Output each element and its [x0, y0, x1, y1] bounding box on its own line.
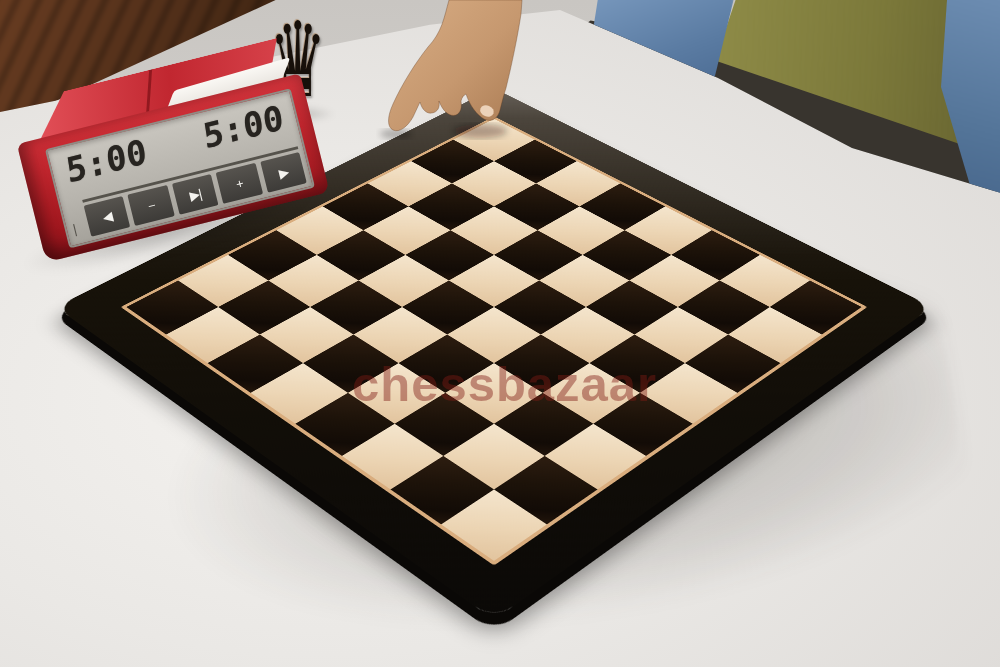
hand — [330, 0, 590, 155]
clock-plus-button[interactable]: + — [216, 163, 263, 204]
clock-play-pause-button[interactable]: ▶| — [172, 174, 219, 215]
clock-right-arrow-button[interactable]: ▶ — [260, 152, 307, 193]
watermark: chessbazaar — [352, 356, 657, 412]
clock-power-indicator: | — [71, 221, 78, 236]
clock-left-time: 5:00 — [64, 134, 149, 188]
clock-left-arrow-button[interactable]: ◀ — [84, 196, 131, 237]
clock-right-time: 5:00 — [201, 100, 286, 154]
finger-contact-shadow — [453, 124, 507, 138]
hand-silhouette — [389, 0, 523, 131]
clock-minus-button[interactable]: − — [128, 185, 175, 226]
product-photo-scene: chessbazaar ♛ 5:00 5:00 ◀ − ▶| + ▶ | — [0, 0, 1000, 667]
